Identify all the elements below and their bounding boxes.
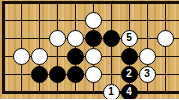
board-edge-line bbox=[2, 91, 179, 94]
white-stone bbox=[49, 30, 66, 47]
move-number: 3 bbox=[144, 69, 150, 79]
white-stone bbox=[13, 48, 30, 65]
black-stone: 2 bbox=[121, 66, 138, 83]
black-stone bbox=[67, 66, 84, 83]
go-board: 52314 bbox=[0, 0, 179, 99]
white-stone bbox=[85, 48, 102, 65]
black-stone bbox=[85, 30, 102, 47]
white-stone bbox=[139, 48, 156, 65]
grid-line-vertical bbox=[165, 2, 166, 94]
black-stone bbox=[49, 66, 66, 83]
board-edge-line bbox=[2, 2, 5, 94]
white-stone bbox=[67, 30, 84, 47]
white-stone bbox=[85, 66, 102, 83]
black-stone bbox=[67, 48, 84, 65]
move-number: 5 bbox=[126, 33, 132, 43]
black-stone: 4 bbox=[121, 84, 138, 100]
black-stone bbox=[103, 30, 120, 47]
white-stone bbox=[85, 12, 102, 29]
move-number: 4 bbox=[126, 87, 132, 97]
move-number: 2 bbox=[126, 69, 132, 79]
black-stone bbox=[121, 48, 138, 65]
white-stone bbox=[31, 48, 48, 65]
white-stone: 5 bbox=[121, 30, 138, 47]
grid-line-vertical bbox=[111, 2, 112, 94]
white-stone bbox=[157, 30, 174, 47]
white-stone: 1 bbox=[103, 84, 120, 100]
move-number: 1 bbox=[108, 87, 114, 97]
black-stone bbox=[31, 66, 48, 83]
go-diagram: 52314 bbox=[0, 0, 179, 99]
white-stone: 3 bbox=[139, 66, 156, 83]
board-edge-line bbox=[2, 1, 179, 4]
